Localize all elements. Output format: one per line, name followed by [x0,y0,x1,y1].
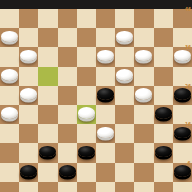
light-square [173,182,192,192]
white-man-30[interactable] [20,88,37,100]
square-12[interactable] [115,143,134,162]
light-square [0,47,19,66]
square-15[interactable] [0,143,19,162]
black-man-13[interactable] [78,146,95,158]
square-24[interactable] [38,105,57,124]
square-50[interactable] [19,9,38,28]
square-44[interactable] [38,28,57,47]
square-47[interactable] [134,9,153,28]
white-man-37[interactable] [135,50,152,62]
light-square [0,163,19,182]
draughts-app-screen: { "game": "international-draughts-10x10"… [0,0,192,192]
square-19[interactable] [58,124,77,143]
square-14[interactable] [38,143,57,162]
light-square [134,182,153,192]
white-man-35[interactable] [1,69,18,81]
light-square [134,143,153,162]
top-bar [0,0,192,9]
light-square [77,9,96,28]
light-square [19,28,38,47]
square-26[interactable]: 26 [173,86,192,105]
black-man-28[interactable] [97,88,114,100]
square-22[interactable] [115,105,134,124]
light-square [77,47,96,66]
square-42[interactable] [115,28,134,47]
square-41[interactable] [154,28,173,47]
light-square [38,47,57,66]
light-square [115,124,134,143]
black-man-10[interactable] [20,165,37,177]
light-square [58,143,77,162]
light-square [173,105,192,124]
light-square [96,67,115,86]
black-man-16[interactable] [174,127,191,139]
white-man-45[interactable] [1,31,18,43]
light-square [96,105,115,124]
white-man-38[interactable] [97,50,114,62]
light-square [58,182,77,192]
square-34[interactable] [38,67,57,86]
square-4[interactable] [38,182,57,192]
light-square [173,143,192,162]
square-25[interactable] [0,105,19,124]
light-square [96,28,115,47]
light-square [58,105,77,124]
light-square [38,163,57,182]
black-man-11[interactable] [155,146,172,158]
black-man-26[interactable] [174,88,191,100]
light-square [115,163,134,182]
square-46[interactable]: 46 [173,9,192,28]
square-10[interactable] [19,163,38,182]
black-man-9[interactable] [59,165,76,177]
light-square [19,67,38,86]
square-2[interactable] [115,182,134,192]
light-square [154,124,173,143]
light-square [134,28,153,47]
square-20[interactable] [19,124,38,143]
square-13[interactable] [77,143,96,162]
square-33[interactable] [77,67,96,86]
light-square [134,105,153,124]
light-square [0,86,19,105]
light-square [173,67,192,86]
light-square [38,124,57,143]
light-square [154,47,173,66]
square-23[interactable] [77,105,96,124]
black-man-14[interactable] [39,146,56,158]
light-square [115,47,134,66]
light-square [115,9,134,28]
light-square [19,182,38,192]
light-square [77,124,96,143]
white-man-32[interactable] [116,69,133,81]
black-man-21[interactable] [155,107,172,119]
light-square [19,105,38,124]
white-man-36[interactable] [174,50,191,62]
square-11[interactable] [154,143,173,162]
light-square [19,143,38,162]
black-man-6[interactable] [174,165,191,177]
square-35[interactable] [0,67,19,86]
square-18[interactable] [96,124,115,143]
square-5[interactable] [0,182,19,192]
light-square [115,86,134,105]
light-square [58,67,77,86]
square-3[interactable] [77,182,96,192]
square-49[interactable] [58,9,77,28]
draughts-board: 463626166 [0,9,192,192]
square-27[interactable] [134,86,153,105]
square-16[interactable]: 16 [173,124,192,143]
square-9[interactable] [58,163,77,182]
square-40[interactable] [19,47,38,66]
square-6[interactable]: 6 [173,163,192,182]
white-man-40[interactable] [20,50,37,62]
square-31[interactable] [154,67,173,86]
square-45[interactable] [0,28,19,47]
white-man-27[interactable] [135,88,152,100]
square-36[interactable]: 36 [173,47,192,66]
square-43[interactable] [77,28,96,47]
light-square [38,86,57,105]
light-square [0,9,19,28]
square-21[interactable] [154,105,173,124]
light-square [134,67,153,86]
square-32[interactable] [115,67,134,86]
square-30[interactable] [19,86,38,105]
square-number-label: 46 [185,8,191,12]
light-square [96,143,115,162]
light-square [96,182,115,192]
light-square [173,28,192,47]
square-38[interactable] [96,47,115,66]
light-square [77,163,96,182]
light-square [154,86,173,105]
square-37[interactable] [134,47,153,66]
white-man-23[interactable] [78,107,95,119]
light-square [0,124,19,143]
square-28[interactable] [96,86,115,105]
light-square [154,9,173,28]
white-man-18[interactable] [97,127,114,139]
square-39[interactable] [58,47,77,66]
light-square [77,86,96,105]
white-man-25[interactable] [1,107,18,119]
square-17[interactable] [134,124,153,143]
light-square [58,28,77,47]
square-1[interactable] [154,182,173,192]
light-square [38,9,57,28]
square-number-label: 6 [188,162,191,166]
light-square [154,163,173,182]
white-man-42[interactable] [116,31,133,43]
square-8[interactable] [96,163,115,182]
square-29[interactable] [58,86,77,105]
square-48[interactable] [96,9,115,28]
square-7[interactable] [134,163,153,182]
